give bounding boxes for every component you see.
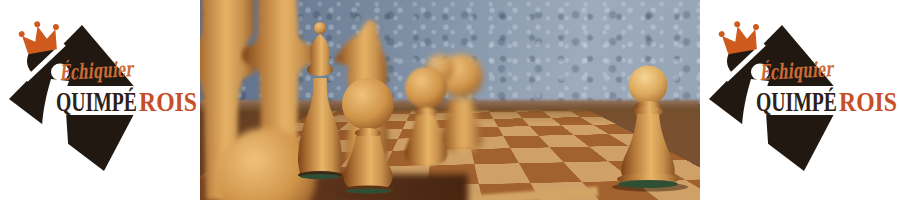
- photo-pawn-mid: [405, 67, 448, 166]
- photo-pawn-blurred-body: [440, 98, 482, 152]
- site-logo-right[interactable]: Échiquier QUIMPÉ ROIS: [700, 0, 900, 200]
- logo-caps-dark-text: QUIMPÉ: [756, 87, 837, 117]
- logo-script-text: Échiquier: [59, 56, 136, 85]
- logo-graphic: Échiquier QUIMPÉ ROIS: [0, 0, 200, 200]
- logo-script-text: Échiquier: [759, 56, 836, 85]
- banner: Échiquier QUIMPÉ ROIS: [0, 0, 900, 200]
- site-logo-left[interactable]: Échiquier QUIMPÉ ROIS: [0, 0, 200, 200]
- photo-banner: [200, 0, 700, 200]
- logo-caps-dark-text: QUIMPÉ: [56, 87, 137, 117]
- logo-graphic: Échiquier QUIMPÉ ROIS: [700, 0, 900, 200]
- chess-pieces-graphic: [200, 0, 700, 200]
- logo-caps-accent-text: ROIS: [139, 87, 197, 117]
- photo-pawn-right: [612, 66, 688, 192]
- logo-caps-accent-text: ROIS: [839, 87, 897, 117]
